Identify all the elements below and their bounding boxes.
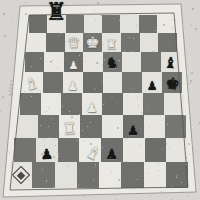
photo-chessboard-scene: ♜♛♚♜♟♞♝♝♟♟♚♟♜♟♟♝♟ chess [0,0,200,200]
granite-speckle-texture [0,0,200,200]
